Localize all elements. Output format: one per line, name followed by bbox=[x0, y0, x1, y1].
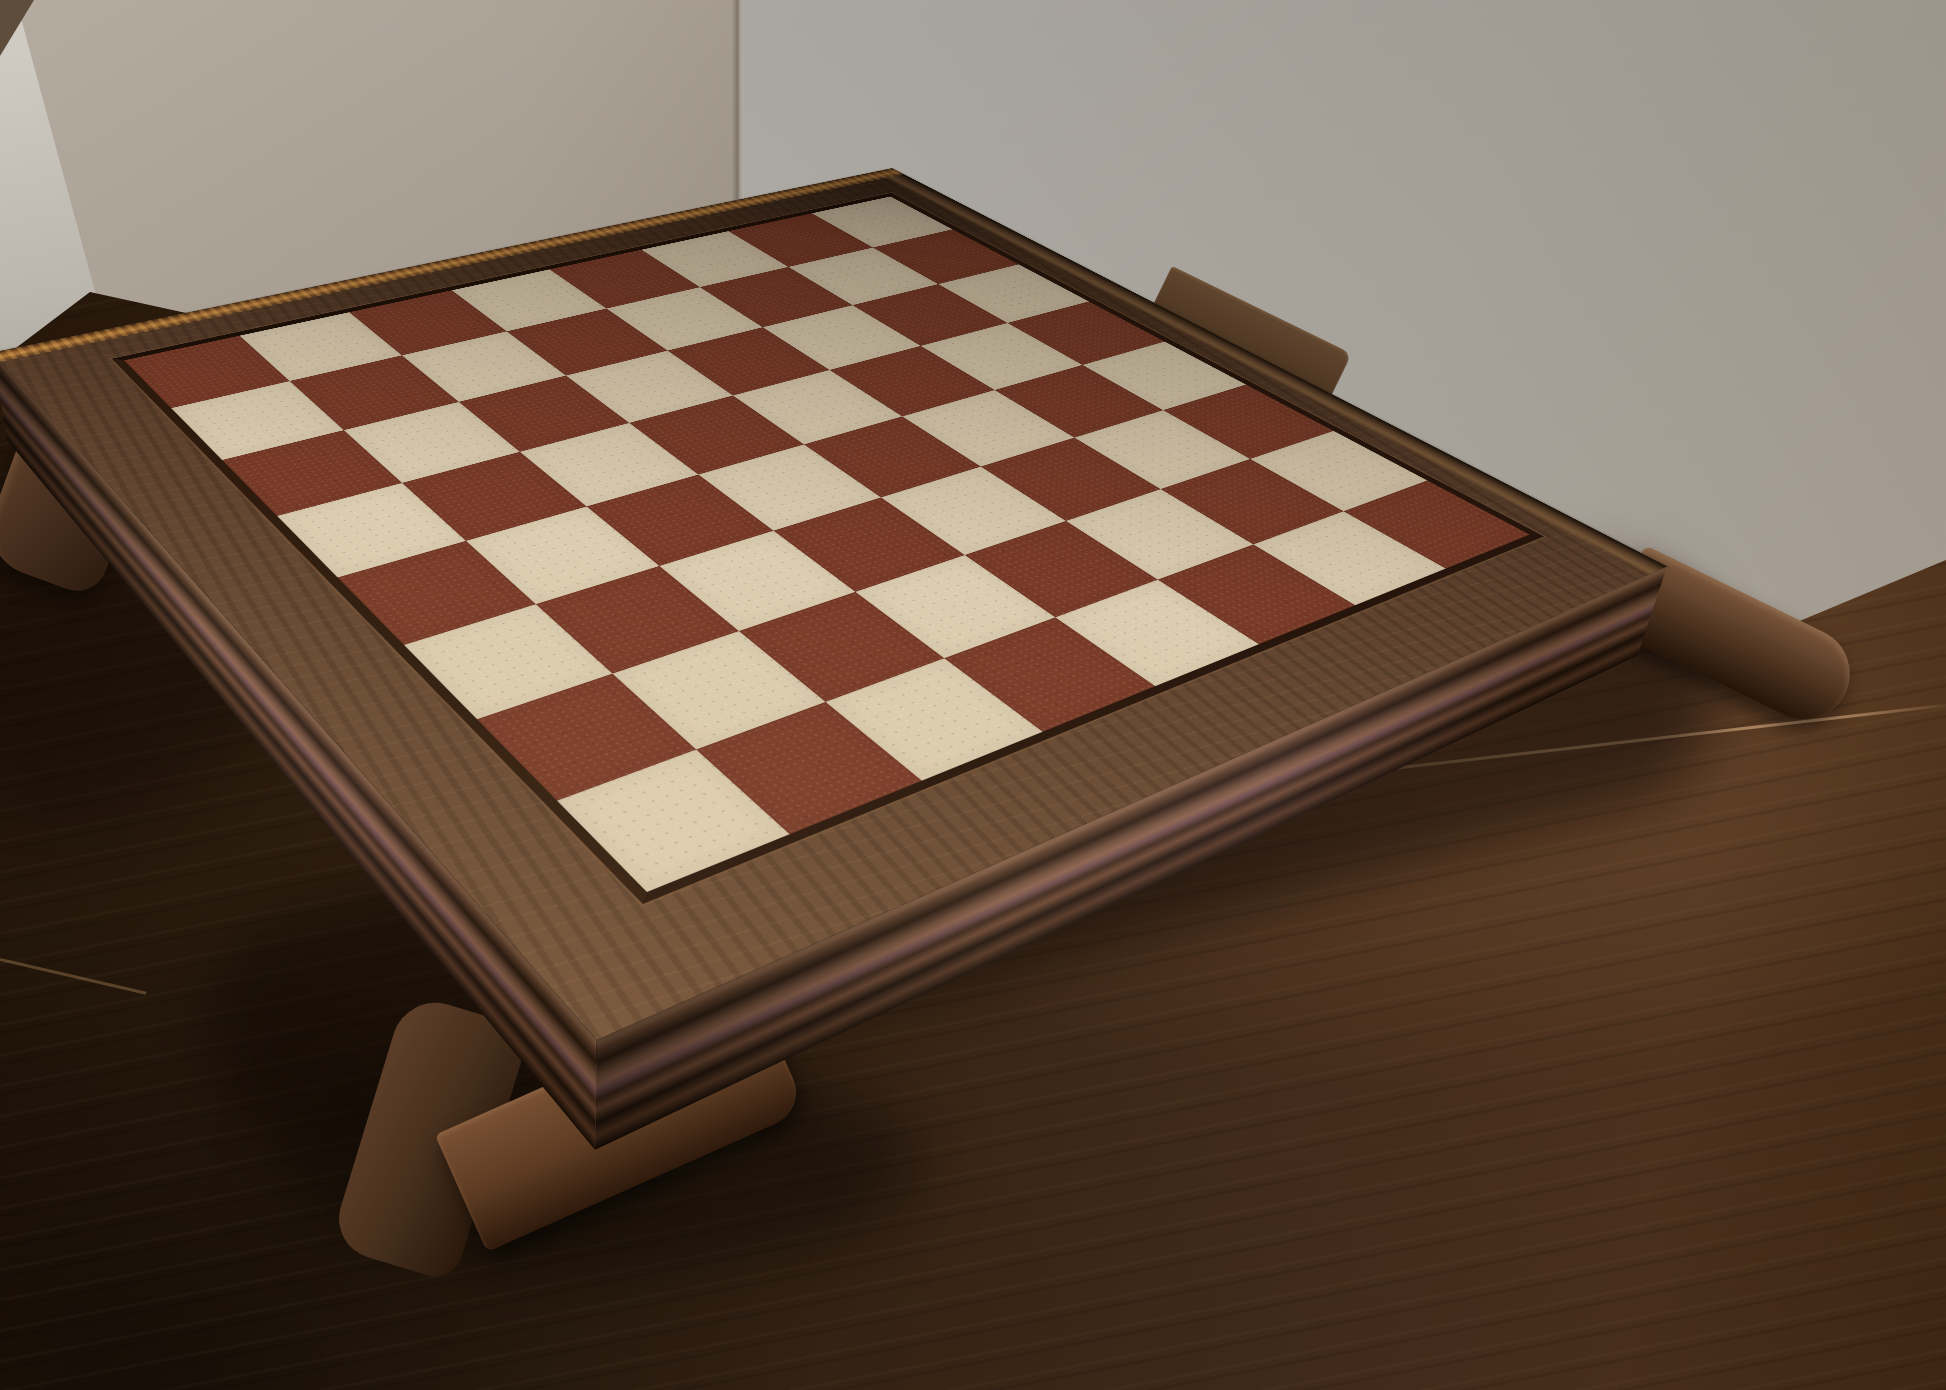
square-f4 bbox=[586, 475, 773, 566]
square-f1 bbox=[825, 658, 1042, 780]
photo-scene: Empty wooden chessboard with a molded wa… bbox=[0, 0, 1946, 1390]
square-g1 bbox=[697, 702, 922, 834]
square-c2 bbox=[1065, 489, 1253, 580]
square-h2 bbox=[477, 673, 697, 801]
square-g5 bbox=[403, 452, 587, 541]
square-g2 bbox=[613, 631, 826, 750]
square-f3 bbox=[659, 531, 855, 631]
square-f2 bbox=[738, 592, 944, 703]
square-d2 bbox=[964, 521, 1158, 618]
square-h5 bbox=[277, 483, 466, 578]
square-b1 bbox=[1254, 511, 1446, 605]
square-h1 bbox=[557, 750, 790, 893]
square-d3 bbox=[880, 466, 1065, 554]
square-c1 bbox=[1158, 545, 1356, 645]
square-g3 bbox=[536, 566, 738, 673]
square-g4 bbox=[466, 507, 659, 604]
square-h6 bbox=[222, 430, 403, 516]
square-h3 bbox=[404, 604, 613, 719]
square-e2 bbox=[855, 555, 1055, 658]
square-e1 bbox=[945, 618, 1155, 732]
square-h4 bbox=[338, 541, 536, 645]
square-e3 bbox=[773, 497, 963, 591]
square-d1 bbox=[1055, 580, 1259, 687]
